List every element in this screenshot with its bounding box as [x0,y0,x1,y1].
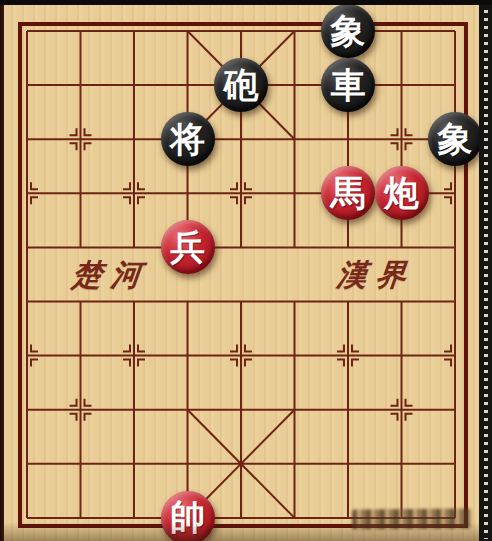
piece-black-elephant-1[interactable]: 象 [321,4,375,58]
film-edge-strip [479,0,492,541]
piece-black-chariot[interactable]: 車 [321,58,375,112]
piece-black-general[interactable]: 将 [161,112,215,166]
top-letterbox-bar [0,0,492,5]
piece-red-cannon[interactable]: 炮 [375,166,429,220]
xiangqi-game-screenshot: 楚河 漢界 象砲車将象馬炮兵帥 [0,0,492,541]
watermark-smudge [352,508,472,529]
left-edge-bar [0,0,4,541]
river-label-han-jie: 漢界 [335,260,416,290]
piece-black-elephant-2[interactable]: 象 [428,112,482,166]
piece-black-cannon[interactable]: 砲 [214,58,268,112]
river-label-chu-he: 楚河 [70,260,151,290]
piece-red-soldier[interactable]: 兵 [161,220,215,274]
piece-red-general[interactable]: 帥 [161,491,215,541]
piece-red-horse[interactable]: 馬 [321,166,375,220]
